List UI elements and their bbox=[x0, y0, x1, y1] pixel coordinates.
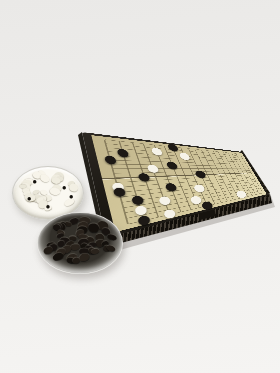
white-dish-dark-spot: ● bbox=[69, 195, 73, 200]
black-stone-dish-stone[interactable]: ● bbox=[50, 249, 65, 262]
board-point[interactable]: ● bbox=[195, 186, 204, 190]
board-point[interactable]: ● bbox=[168, 145, 178, 149]
board-point[interactable]: ● bbox=[136, 216, 152, 225]
board-point[interactable]: ● bbox=[111, 189, 129, 196]
photo-stage: ●●●●●●●●●●●●●●●●●●●●● ●●●●●●●●●●●●●●●●●●… bbox=[0, 0, 280, 373]
board-point[interactable]: ● bbox=[158, 198, 171, 204]
black-stone[interactable]: ● bbox=[111, 186, 127, 199]
board-point[interactable] bbox=[261, 191, 266, 194]
board-point[interactable]: ● bbox=[151, 149, 162, 153]
black-stone-dish[interactable]: ●●●●●●●●●●●●●●●●●●●●●●●●●●●●●●●●●●●●●●●●… bbox=[37, 212, 123, 274]
star-point bbox=[215, 192, 217, 193]
board-point[interactable]: ● bbox=[196, 173, 205, 176]
star-point bbox=[146, 154, 149, 155]
black-stone-dish-stone[interactable]: ● bbox=[90, 247, 100, 255]
board-surface: ●●●●●●●●●●●●●●●●●●●●● bbox=[91, 135, 266, 232]
white-dish-dark-spot: ● bbox=[33, 180, 37, 185]
board-point[interactable]: ● bbox=[163, 211, 176, 218]
star-point bbox=[198, 157, 200, 158]
black-stone[interactable]: ● bbox=[136, 213, 153, 227]
go-grid: ●●●●●●●●●●●●●●●●●●●●● bbox=[97, 137, 266, 229]
board-point[interactable]: ● bbox=[203, 203, 212, 208]
board-point[interactable]: ● bbox=[147, 167, 160, 171]
board-point[interactable]: ● bbox=[137, 175, 151, 180]
board-point[interactable]: ● bbox=[102, 158, 119, 163]
white-dish-dark-spot: ● bbox=[27, 197, 31, 202]
board-point[interactable]: ● bbox=[167, 163, 178, 166]
white-dish-dark-spot: ● bbox=[46, 205, 50, 210]
star-point bbox=[154, 176, 157, 177]
white-dish-dark-spot: ● bbox=[62, 186, 66, 191]
board-point[interactable]: ● bbox=[180, 155, 189, 158]
board-point[interactable]: ● bbox=[115, 150, 130, 155]
black-stone[interactable]: ● bbox=[103, 154, 119, 165]
board-point[interactable]: ● bbox=[165, 185, 177, 190]
board-point[interactable]: ● bbox=[239, 193, 245, 197]
